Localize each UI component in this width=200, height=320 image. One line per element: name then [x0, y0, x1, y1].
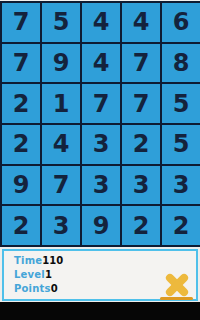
grid-cell-r5c5[interactable]: 3	[162, 166, 200, 205]
grid-cell-r3c5[interactable]: 5	[162, 84, 200, 123]
grid-cell-r4c1[interactable]: 2	[2, 125, 40, 164]
board: 754467947821775243259733323922	[0, 1, 200, 247]
bottom-black-bar	[0, 302, 200, 320]
grid-cell-r1c4[interactable]: 4	[122, 3, 160, 42]
time-row: Time110	[14, 254, 196, 268]
grid-cell-r2c2[interactable]: 9	[42, 44, 80, 83]
grid-cell-r4c2[interactable]: 4	[42, 125, 80, 164]
points-label: Points	[14, 282, 51, 296]
grid-cell-r3c3[interactable]: 7	[82, 84, 120, 123]
grid-cell-r1c3[interactable]: 4	[82, 3, 120, 42]
hud-panel: Time110 Level1 Points0	[2, 249, 198, 301]
grid-cell-r4c3[interactable]: 3	[82, 125, 120, 164]
grid-cell-r4c4[interactable]: 2	[122, 125, 160, 164]
grid-cell-r1c2[interactable]: 5	[42, 3, 80, 42]
grid-cell-r6c1[interactable]: 2	[2, 206, 40, 245]
grid-cell-r1c1[interactable]: 7	[2, 3, 40, 42]
grid-cell-r5c4[interactable]: 3	[122, 166, 160, 205]
grid-cell-r2c5[interactable]: 8	[162, 44, 200, 83]
grid-cell-r6c3[interactable]: 9	[82, 206, 120, 245]
grid-cell-r5c1[interactable]: 9	[2, 166, 40, 205]
time-value: 110	[42, 255, 63, 266]
grid-cell-r6c2[interactable]: 3	[42, 206, 80, 245]
close-icon-shadow	[160, 297, 193, 300]
grid-cell-r6c4[interactable]: 2	[122, 206, 160, 245]
level-value: 1	[45, 269, 52, 280]
grid-cell-r2c4[interactable]: 7	[122, 44, 160, 83]
grid-cell-r3c2[interactable]: 1	[42, 84, 80, 123]
close-icon[interactable]	[163, 272, 191, 298]
grid-cell-r3c1[interactable]: 2	[2, 84, 40, 123]
points-value: 0	[51, 283, 58, 294]
grid-cell-r2c3[interactable]: 4	[82, 44, 120, 83]
grid-cell-r5c3[interactable]: 3	[82, 166, 120, 205]
level-label: Level	[14, 268, 45, 282]
grid-cell-r4c5[interactable]: 5	[162, 125, 200, 164]
grid-cell-r6c5[interactable]: 2	[162, 206, 200, 245]
game-screen: 754467947821775243259733323922 Time110 L…	[0, 0, 200, 320]
time-label: Time	[14, 254, 42, 268]
grid-cell-r5c2[interactable]: 7	[42, 166, 80, 205]
grid-cell-r1c5[interactable]: 6	[162, 3, 200, 42]
grid-cell-r3c4[interactable]: 7	[122, 84, 160, 123]
grid-cell-r2c1[interactable]: 7	[2, 44, 40, 83]
